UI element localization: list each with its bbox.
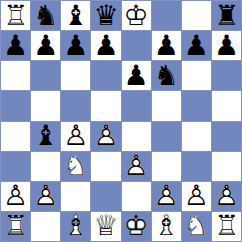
square-f6[interactable]: ♞ [152,61,181,90]
piece-white-rook[interactable]: ♜♖ [212,212,241,241]
square-a2[interactable]: ♟♙ [1,182,30,211]
piece-white-bishop[interactable]: ♝♗ [61,212,90,241]
piece-white-pawn[interactable]: ♟♙ [61,122,90,151]
square-d7[interactable]: ♟ [91,31,120,60]
square-e3[interactable]: ♟♙ [122,152,151,181]
square-e7[interactable] [122,31,151,60]
square-c5[interactable] [61,91,90,120]
piece-black-pawn[interactable]: ♟ [152,31,181,60]
square-f4[interactable] [152,122,181,151]
square-a6[interactable] [1,61,30,90]
piece-black-pawn[interactable]: ♟ [1,31,30,60]
square-b7[interactable]: ♟ [31,31,60,60]
square-f2[interactable]: ♟♙ [152,182,181,211]
square-h5[interactable] [212,91,241,120]
square-g2[interactable]: ♟♙ [182,182,211,211]
square-c3[interactable]: ♞♘ [61,152,90,181]
square-b2[interactable]: ♟♙ [31,182,60,211]
square-d5[interactable] [91,91,120,120]
piece-black-pawn[interactable]: ♟ [91,31,120,60]
square-c2[interactable] [61,182,90,211]
square-b6[interactable] [31,61,60,90]
piece-black-queen[interactable]: ♛ [91,1,120,30]
piece-white-king[interactable]: ♚♔ [122,1,151,30]
square-g7[interactable]: ♟ [182,31,211,60]
square-d2[interactable] [91,182,120,211]
square-g8[interactable] [182,1,211,30]
square-h1[interactable]: ♜♖ [212,212,241,241]
square-f5[interactable] [152,91,181,120]
square-d6[interactable] [91,61,120,90]
square-a4[interactable] [1,122,30,151]
square-b8[interactable]: ♞ [31,1,60,30]
square-h6[interactable] [212,61,241,90]
piece-black-pawn[interactable]: ♟ [31,31,60,60]
piece-black-knight[interactable]: ♞ [31,1,60,30]
piece-white-knight[interactable]: ♞♘ [61,152,90,181]
square-a1[interactable]: ♜♖ [1,212,30,241]
square-g4[interactable] [182,122,211,151]
square-d1[interactable]: ♛♕ [91,212,120,241]
piece-black-bishop[interactable]: ♝ [31,122,60,151]
square-d8[interactable]: ♛ [91,1,120,30]
piece-white-queen[interactable]: ♛♕ [91,212,120,241]
square-c4[interactable]: ♟♙ [61,122,90,151]
square-g1[interactable]: ♞♘ [182,212,211,241]
piece-white-bishop[interactable]: ♝♗ [152,212,181,241]
piece-white-pawn[interactable]: ♟♙ [212,182,241,211]
square-b3[interactable] [31,152,60,181]
square-a5[interactable] [1,91,30,120]
piece-black-pawn[interactable]: ♟ [61,31,90,60]
square-f7[interactable]: ♟ [152,31,181,60]
square-e8[interactable]: ♚♔ [122,1,151,30]
piece-white-rook[interactable]: ♜♖ [1,212,30,241]
square-e5[interactable] [122,91,151,120]
square-g6[interactable] [182,61,211,90]
square-a3[interactable] [1,152,30,181]
square-f3[interactable] [152,152,181,181]
square-d3[interactable] [91,152,120,181]
square-b4[interactable]: ♝ [31,122,60,151]
square-b5[interactable] [31,91,60,120]
square-e2[interactable] [122,182,151,211]
piece-white-pawn[interactable]: ♟♙ [152,182,181,211]
piece-white-pawn[interactable]: ♟♙ [31,182,60,211]
piece-white-pawn[interactable]: ♟♙ [182,182,211,211]
square-c8[interactable]: ♝ [61,1,90,30]
square-d4[interactable]: ♟♙ [91,122,120,151]
piece-white-knight[interactable]: ♞♘ [182,212,211,241]
square-g5[interactable] [182,91,211,120]
piece-black-pawn[interactable]: ♟ [182,31,211,60]
piece-white-king[interactable]: ♚♔ [122,212,151,241]
piece-white-pawn[interactable]: ♟♙ [1,182,30,211]
square-f8[interactable] [152,1,181,30]
piece-white-pawn[interactable]: ♟♙ [91,122,120,151]
square-h2[interactable]: ♟♙ [212,182,241,211]
piece-black-pawn[interactable]: ♟ [212,31,241,60]
piece-white-pawn[interactable]: ♟♙ [122,152,151,181]
piece-white-rook[interactable]: ♜♖ [1,1,30,30]
square-e6[interactable]: ♟ [122,61,151,90]
square-h3[interactable] [212,152,241,181]
square-c7[interactable]: ♟ [61,31,90,60]
piece-black-rook[interactable]: ♜ [212,1,241,30]
square-g3[interactable] [182,152,211,181]
square-h7[interactable]: ♟ [212,31,241,60]
square-e1[interactable]: ♚♔ [122,212,151,241]
square-e4[interactable] [122,122,151,151]
square-f1[interactable]: ♝♗ [152,212,181,241]
square-a8[interactable]: ♜♖ [1,1,30,30]
square-b1[interactable] [31,212,60,241]
piece-black-bishop[interactable]: ♝ [61,1,90,30]
square-h4[interactable] [212,122,241,151]
chess-board: ♜♖♞♝♛♚♔♜♟♟♟♟♟♟♟♟♞♝♟♙♟♙♞♘♟♙♟♙♟♙♟♙♟♙♟♙♜♖♝♗… [0,0,242,242]
piece-black-pawn[interactable]: ♟ [122,61,151,90]
square-h8[interactable]: ♜ [212,1,241,30]
square-c1[interactable]: ♝♗ [61,212,90,241]
piece-black-knight[interactable]: ♞ [152,61,181,90]
square-c6[interactable] [61,61,90,90]
square-a7[interactable]: ♟ [1,31,30,60]
